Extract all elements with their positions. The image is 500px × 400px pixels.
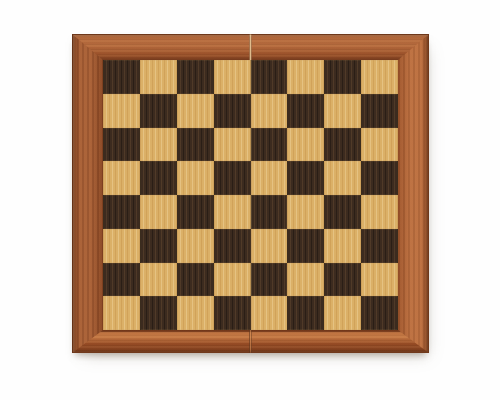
square-r1c3[interactable] <box>214 94 251 128</box>
square-r5c6[interactable] <box>324 229 361 263</box>
square-r4c1[interactable] <box>140 195 177 229</box>
square-r6c5[interactable] <box>287 263 324 297</box>
square-r2c2[interactable] <box>177 128 214 162</box>
chess-board <box>72 34 429 353</box>
square-r4c3[interactable] <box>214 195 251 229</box>
square-r3c3[interactable] <box>214 161 251 195</box>
square-r0c3[interactable] <box>214 60 251 94</box>
square-r0c2[interactable] <box>177 60 214 94</box>
square-r6c7[interactable] <box>361 263 398 297</box>
square-r5c2[interactable] <box>177 229 214 263</box>
square-r7c4[interactable] <box>251 296 288 330</box>
square-r1c5[interactable] <box>287 94 324 128</box>
square-r4c7[interactable] <box>361 195 398 229</box>
square-r3c1[interactable] <box>140 161 177 195</box>
square-r3c2[interactable] <box>177 161 214 195</box>
square-r5c4[interactable] <box>251 229 288 263</box>
square-r4c0[interactable] <box>103 195 140 229</box>
square-r4c6[interactable] <box>324 195 361 229</box>
square-r5c1[interactable] <box>140 229 177 263</box>
square-r7c5[interactable] <box>287 296 324 330</box>
square-r7c2[interactable] <box>177 296 214 330</box>
square-r1c0[interactable] <box>103 94 140 128</box>
square-r3c4[interactable] <box>251 161 288 195</box>
square-r5c5[interactable] <box>287 229 324 263</box>
square-r7c0[interactable] <box>103 296 140 330</box>
square-r1c4[interactable] <box>251 94 288 128</box>
square-r5c0[interactable] <box>103 229 140 263</box>
square-r3c7[interactable] <box>361 161 398 195</box>
square-r6c2[interactable] <box>177 263 214 297</box>
board-squares <box>103 60 398 330</box>
square-r7c6[interactable] <box>324 296 361 330</box>
square-r0c7[interactable] <box>361 60 398 94</box>
square-r6c1[interactable] <box>140 263 177 297</box>
square-r5c3[interactable] <box>214 229 251 263</box>
square-r7c1[interactable] <box>140 296 177 330</box>
square-r7c3[interactable] <box>214 296 251 330</box>
square-r4c4[interactable] <box>251 195 288 229</box>
square-r6c0[interactable] <box>103 263 140 297</box>
square-r2c3[interactable] <box>214 128 251 162</box>
square-r3c6[interactable] <box>324 161 361 195</box>
square-r4c5[interactable] <box>287 195 324 229</box>
square-r1c2[interactable] <box>177 94 214 128</box>
square-r0c1[interactable] <box>140 60 177 94</box>
square-r6c6[interactable] <box>324 263 361 297</box>
square-r2c0[interactable] <box>103 128 140 162</box>
square-r0c0[interactable] <box>103 60 140 94</box>
square-r5c7[interactable] <box>361 229 398 263</box>
photo-background <box>0 0 500 400</box>
square-r4c2[interactable] <box>177 195 214 229</box>
square-r1c7[interactable] <box>361 94 398 128</box>
square-r1c1[interactable] <box>140 94 177 128</box>
square-r0c5[interactable] <box>287 60 324 94</box>
square-r3c5[interactable] <box>287 161 324 195</box>
square-r2c1[interactable] <box>140 128 177 162</box>
square-r2c6[interactable] <box>324 128 361 162</box>
square-r2c4[interactable] <box>251 128 288 162</box>
square-r6c4[interactable] <box>251 263 288 297</box>
square-r7c7[interactable] <box>361 296 398 330</box>
square-r1c6[interactable] <box>324 94 361 128</box>
square-r2c5[interactable] <box>287 128 324 162</box>
square-r0c4[interactable] <box>251 60 288 94</box>
square-r3c0[interactable] <box>103 161 140 195</box>
square-r0c6[interactable] <box>324 60 361 94</box>
square-r2c7[interactable] <box>361 128 398 162</box>
square-r6c3[interactable] <box>214 263 251 297</box>
